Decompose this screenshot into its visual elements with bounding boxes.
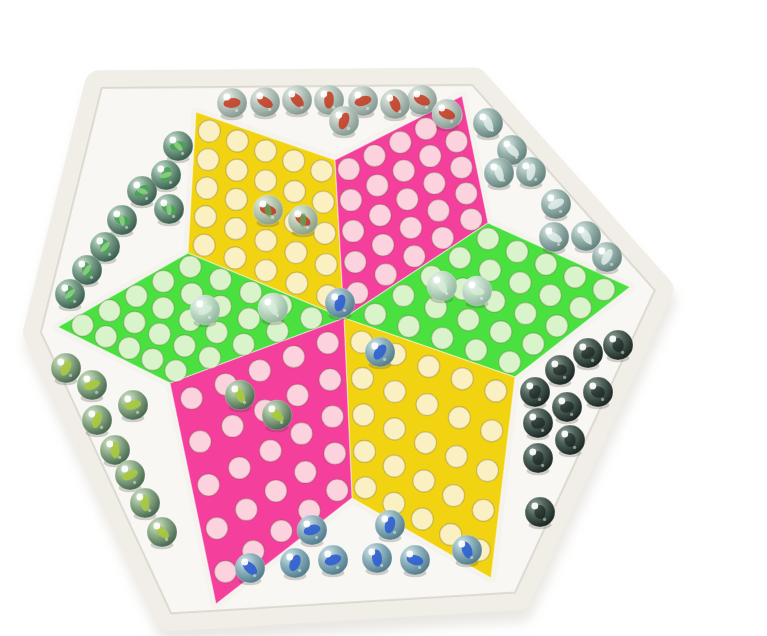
board-hole[interactable] xyxy=(235,499,257,521)
board-hole[interactable] xyxy=(233,333,255,355)
marble-pale-green[interactable] xyxy=(190,295,220,327)
board-hole[interactable] xyxy=(366,174,388,196)
marble-dark-green-swirl[interactable] xyxy=(55,279,85,311)
board-hole[interactable] xyxy=(300,307,322,329)
board-hole[interactable] xyxy=(319,369,341,391)
board-hole[interactable] xyxy=(324,442,346,464)
board-hole[interactable] xyxy=(396,188,418,210)
board-hole[interactable] xyxy=(222,415,244,437)
board-hole[interactable] xyxy=(255,170,277,192)
board-hole[interactable] xyxy=(142,348,164,370)
board-hole[interactable] xyxy=(509,272,531,294)
marble-clear-red-swirl[interactable] xyxy=(432,99,462,131)
board-hole[interactable] xyxy=(249,360,271,382)
marble-dark-green-swirl[interactable] xyxy=(163,131,193,163)
board-hole[interactable] xyxy=(403,245,425,267)
marble-clear-red-swirl[interactable] xyxy=(329,106,359,138)
marble-black-glass[interactable] xyxy=(552,392,582,424)
board-hole[interactable] xyxy=(340,189,362,211)
board-hole[interactable] xyxy=(226,159,248,181)
board-hole[interactable] xyxy=(342,220,364,242)
board-hole[interactable] xyxy=(149,323,171,345)
marble-black-glass[interactable] xyxy=(523,443,553,475)
marble-black-glass[interactable] xyxy=(573,338,603,370)
board-hole[interactable] xyxy=(125,285,147,307)
board-hole[interactable] xyxy=(326,479,348,501)
board-hole[interactable] xyxy=(270,520,292,542)
board-hole[interactable] xyxy=(383,455,405,477)
marble-blue-swirl[interactable] xyxy=(375,510,405,542)
marble-blue-swirl[interactable] xyxy=(452,535,482,567)
marble-red-green-swirl[interactable] xyxy=(253,195,283,227)
board-hole[interactable] xyxy=(353,404,375,426)
board-hole[interactable] xyxy=(284,181,306,203)
board-hole[interactable] xyxy=(569,297,591,319)
board-hole[interactable] xyxy=(152,270,174,292)
marble-green-yellow-swirl[interactable] xyxy=(51,353,81,385)
marble-green-yellow-swirl[interactable] xyxy=(130,488,160,520)
board-hole[interactable] xyxy=(322,406,344,428)
board-hole[interactable] xyxy=(546,315,568,337)
marble-teal-white-wisp[interactable] xyxy=(516,157,546,189)
board-hole[interactable] xyxy=(465,339,487,361)
board-hole[interactable] xyxy=(255,230,277,252)
marble-black-glass[interactable] xyxy=(523,408,553,440)
marble-clear-red-swirl[interactable] xyxy=(250,87,280,119)
marble-teal-white-wisp[interactable] xyxy=(539,222,569,254)
board-hole[interactable] xyxy=(196,177,218,199)
board-hole[interactable] xyxy=(193,234,215,256)
board-hole[interactable] xyxy=(416,394,438,416)
board-hole[interactable] xyxy=(389,131,411,153)
board-hole[interactable] xyxy=(384,381,406,403)
board-hole[interactable] xyxy=(423,172,445,194)
marble-clear-red-swirl[interactable] xyxy=(282,85,312,117)
board-hole[interactable] xyxy=(354,440,376,462)
board-hole[interactable] xyxy=(225,218,247,240)
board-hole[interactable] xyxy=(72,314,94,336)
marble-blue-swirl[interactable] xyxy=(362,543,392,575)
board-hole[interactable] xyxy=(369,204,391,226)
marble-blue-swirl[interactable] xyxy=(400,545,430,577)
board-hole[interactable] xyxy=(225,188,247,210)
board-hole[interactable] xyxy=(255,140,277,162)
board-hole[interactable] xyxy=(372,234,394,256)
marble-pale-green[interactable] xyxy=(258,293,288,325)
board-hole[interactable] xyxy=(460,209,482,231)
board-hole[interactable] xyxy=(472,499,494,521)
marble-green-yellow-swirl[interactable] xyxy=(262,400,292,432)
marble-green-yellow-swirl[interactable] xyxy=(82,405,112,437)
board-hole[interactable] xyxy=(535,253,557,275)
board-hole[interactable] xyxy=(419,145,441,167)
board-hole[interactable] xyxy=(398,315,420,337)
board-hole[interactable] xyxy=(411,508,433,530)
marble-clear-red-swirl[interactable] xyxy=(217,88,247,120)
board-hole[interactable] xyxy=(214,561,236,583)
board-hole[interactable] xyxy=(364,145,386,167)
marble-teal-white-wisp[interactable] xyxy=(541,189,571,221)
board-hole[interactable] xyxy=(393,160,415,182)
board-hole[interactable] xyxy=(118,337,140,359)
board-hole[interactable] xyxy=(124,311,146,333)
marble-red-green-swirl[interactable] xyxy=(288,205,318,237)
board-hole[interactable] xyxy=(446,446,468,468)
board-hole[interactable] xyxy=(477,228,499,250)
board-hole[interactable] xyxy=(181,387,203,409)
marble-black-glass[interactable] xyxy=(525,497,555,529)
board-hole[interactable] xyxy=(99,300,121,322)
board-hole[interactable] xyxy=(418,356,440,378)
marble-blue-swirl[interactable] xyxy=(280,548,310,580)
marble-green-yellow-swirl[interactable] xyxy=(115,460,145,492)
marble-clear-red-swirl[interactable] xyxy=(380,89,410,121)
board-hole[interactable] xyxy=(451,368,473,390)
marble-teal-white-wisp[interactable] xyxy=(592,242,622,274)
board-hole[interactable] xyxy=(206,517,228,539)
marble-teal-white-wisp[interactable] xyxy=(484,158,514,190)
board-hole[interactable] xyxy=(174,335,196,357)
board-hole[interactable] xyxy=(229,457,251,479)
board-hole[interactable] xyxy=(283,150,305,172)
board-hole[interactable] xyxy=(392,285,414,307)
board-hole[interactable] xyxy=(95,326,117,348)
marble-black-glass[interactable] xyxy=(555,425,585,457)
board-hole[interactable] xyxy=(265,480,287,502)
board-hole[interactable] xyxy=(189,431,211,453)
marble-green-yellow-swirl[interactable] xyxy=(118,390,148,422)
marble-blue-swirl[interactable] xyxy=(235,553,265,585)
board-hole[interactable] xyxy=(428,200,450,222)
marble-green-yellow-swirl[interactable] xyxy=(225,380,255,412)
board-hole[interactable] xyxy=(446,130,468,152)
board-hole[interactable] xyxy=(449,247,471,269)
marble-teal-white-wisp[interactable] xyxy=(473,108,503,140)
chinese-checkers-board xyxy=(0,0,767,636)
board-hole[interactable] xyxy=(165,360,187,382)
board-hole[interactable] xyxy=(317,332,339,354)
board-hole[interactable] xyxy=(450,156,472,178)
board-hole[interactable] xyxy=(338,158,360,180)
board-hole[interactable] xyxy=(413,470,435,492)
board-hole[interactable] xyxy=(477,460,499,482)
board-hole[interactable] xyxy=(152,297,174,319)
board-hole[interactable] xyxy=(224,247,246,269)
board-hole[interactable] xyxy=(283,346,305,368)
board-hole[interactable] xyxy=(539,284,561,306)
board-hole[interactable] xyxy=(311,160,333,182)
marble-dark-green-swirl[interactable] xyxy=(154,194,184,226)
board-hole[interactable] xyxy=(415,432,437,454)
board-hole[interactable] xyxy=(226,130,248,152)
board-hole[interactable] xyxy=(448,407,470,429)
marble-blue-swirl[interactable] xyxy=(365,337,395,369)
board-hole[interactable] xyxy=(481,420,503,442)
board-hole[interactable] xyxy=(431,327,453,349)
board-hole[interactable] xyxy=(287,384,309,406)
board-hole[interactable] xyxy=(490,321,512,343)
marble-blue-swirl[interactable] xyxy=(297,515,327,547)
marble-blue-swirl[interactable] xyxy=(318,545,348,577)
marble-black-glass[interactable] xyxy=(520,377,550,409)
board-hole[interactable] xyxy=(238,308,260,330)
board-hole[interactable] xyxy=(286,272,308,294)
board-hole[interactable] xyxy=(506,241,528,263)
board-hole[interactable] xyxy=(315,254,337,276)
board-hole[interactable] xyxy=(195,206,217,228)
marble-green-yellow-swirl[interactable] xyxy=(147,517,177,549)
board-hole[interactable] xyxy=(515,303,537,325)
board-hole[interactable] xyxy=(255,260,277,282)
board-hole[interactable] xyxy=(354,477,376,499)
board-hole[interactable] xyxy=(499,351,521,373)
board-hole[interactable] xyxy=(375,264,397,286)
board-hole[interactable] xyxy=(210,269,232,291)
board-hole[interactable] xyxy=(364,303,386,325)
marble-blue-swirl[interactable] xyxy=(325,288,355,320)
board-hole[interactable] xyxy=(384,418,406,440)
marble-black-glass[interactable] xyxy=(583,377,613,409)
board-hole[interactable] xyxy=(352,368,374,390)
board-hole[interactable] xyxy=(485,380,507,402)
board-hole[interactable] xyxy=(199,347,221,369)
board-hole[interactable] xyxy=(344,251,366,273)
marble-dark-green-swirl[interactable] xyxy=(127,176,157,208)
board-hole[interactable] xyxy=(443,485,465,507)
marble-pale-green[interactable] xyxy=(462,276,492,308)
marble-black-glass[interactable] xyxy=(545,355,575,387)
board-hole[interactable] xyxy=(179,256,201,278)
board-hole[interactable] xyxy=(240,281,262,303)
marble-dark-green-swirl[interactable] xyxy=(107,205,137,237)
board-hole[interactable] xyxy=(260,440,282,462)
board-hole[interactable] xyxy=(291,423,313,445)
board-hole[interactable] xyxy=(522,333,544,355)
board-hole[interactable] xyxy=(197,149,219,171)
board-hole[interactable] xyxy=(455,183,477,205)
board-hole[interactable] xyxy=(432,227,454,249)
board-hole[interactable] xyxy=(198,120,220,142)
board-hole[interactable] xyxy=(564,266,586,288)
board-hole[interactable] xyxy=(294,461,316,483)
board-hole[interactable] xyxy=(457,309,479,331)
board-hole[interactable] xyxy=(198,474,220,496)
board-hole[interactable] xyxy=(285,242,307,264)
product-photo-stage xyxy=(0,0,767,636)
board-hole[interactable] xyxy=(400,217,422,239)
marble-green-yellow-swirl[interactable] xyxy=(77,370,107,402)
marble-black-glass[interactable] xyxy=(603,330,633,362)
board-hole[interactable] xyxy=(312,191,334,213)
board-hole[interactable] xyxy=(593,279,615,301)
marble-pale-green[interactable] xyxy=(427,271,457,303)
